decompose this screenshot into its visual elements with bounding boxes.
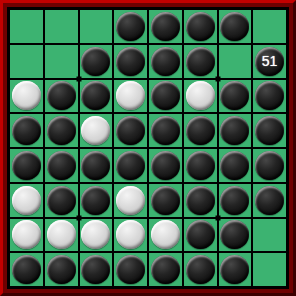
white-disc: [116, 220, 145, 249]
black-disc: [255, 116, 284, 145]
cell-g8[interactable]: [219, 253, 252, 286]
white-disc: [12, 81, 41, 110]
cell-g3[interactable]: [219, 80, 252, 113]
black-disc: [81, 186, 110, 215]
black-disc: [186, 220, 215, 249]
board-inner-border: 51: [7, 7, 289, 289]
cell-a5[interactable]: [10, 149, 43, 182]
cell-d7[interactable]: [114, 219, 147, 252]
cell-d3[interactable]: [114, 80, 147, 113]
cell-b3[interactable]: [45, 80, 78, 113]
cell-g4[interactable]: [219, 114, 252, 147]
cell-d2[interactable]: [114, 45, 147, 78]
cell-b2[interactable]: [45, 45, 78, 78]
cell-a6[interactable]: [10, 184, 43, 217]
cell-c7[interactable]: [80, 219, 113, 252]
star-point: [76, 215, 81, 220]
black-disc: [151, 116, 180, 145]
white-disc: [116, 186, 145, 215]
black-disc: [186, 47, 215, 76]
cell-c6[interactable]: [80, 184, 113, 217]
cell-b7[interactable]: [45, 219, 78, 252]
white-disc: [12, 186, 41, 215]
black-disc: [47, 255, 76, 284]
white-disc: [186, 81, 215, 110]
black-disc: [81, 81, 110, 110]
cell-g1[interactable]: [219, 10, 252, 43]
black-disc: [151, 186, 180, 215]
black-disc: [12, 255, 41, 284]
cell-b6[interactable]: [45, 184, 78, 217]
black-disc: [220, 186, 249, 215]
black-disc: [255, 81, 284, 110]
black-disc: [116, 47, 145, 76]
black-disc: [186, 186, 215, 215]
black-disc: [255, 151, 284, 180]
cell-f7[interactable]: [184, 219, 217, 252]
white-disc: [12, 220, 41, 249]
black-disc: [151, 47, 180, 76]
cell-c4[interactable]: [80, 114, 113, 147]
cell-c1[interactable]: [80, 10, 113, 43]
black-disc: [186, 12, 215, 41]
cell-h3[interactable]: [253, 80, 286, 113]
black-disc: [220, 12, 249, 41]
black-disc: [220, 81, 249, 110]
cell-a8[interactable]: [10, 253, 43, 286]
cell-g2[interactable]: [219, 45, 252, 78]
cell-b5[interactable]: [45, 149, 78, 182]
cell-d5[interactable]: [114, 149, 147, 182]
cell-g7[interactable]: [219, 219, 252, 252]
black-disc: [186, 151, 215, 180]
white-disc: [81, 116, 110, 145]
board-frame: 51: [0, 0, 296, 296]
black-disc: [47, 186, 76, 215]
cell-e4[interactable]: [149, 114, 182, 147]
black-disc: [81, 47, 110, 76]
black-disc: [81, 255, 110, 284]
star-point: [215, 215, 220, 220]
cell-d4[interactable]: [114, 114, 147, 147]
white-disc: [81, 220, 110, 249]
black-disc: [255, 186, 284, 215]
cell-a3[interactable]: [10, 80, 43, 113]
black-disc: [220, 255, 249, 284]
black-disc: 51: [255, 47, 284, 76]
cell-f5[interactable]: [184, 149, 217, 182]
cell-b1[interactable]: [45, 10, 78, 43]
cell-e1[interactable]: [149, 10, 182, 43]
black-disc: [151, 255, 180, 284]
othello-board: 51: [10, 10, 286, 286]
cell-a1[interactable]: [10, 10, 43, 43]
cell-e5[interactable]: [149, 149, 182, 182]
cell-g6[interactable]: [219, 184, 252, 217]
cell-e8[interactable]: [149, 253, 182, 286]
black-disc: [151, 12, 180, 41]
black-disc: [151, 81, 180, 110]
black-disc: [47, 151, 76, 180]
black-disc: [47, 81, 76, 110]
cell-c5[interactable]: [80, 149, 113, 182]
black-disc: [12, 116, 41, 145]
black-disc: [220, 151, 249, 180]
cell-f6[interactable]: [184, 184, 217, 217]
cell-h4[interactable]: [253, 114, 286, 147]
cell-h8[interactable]: [253, 253, 286, 286]
black-disc: [186, 116, 215, 145]
black-disc: [116, 255, 145, 284]
cell-c2[interactable]: [80, 45, 113, 78]
cell-h5[interactable]: [253, 149, 286, 182]
cell-f8[interactable]: [184, 253, 217, 286]
cell-d8[interactable]: [114, 253, 147, 286]
cell-d1[interactable]: [114, 10, 147, 43]
white-disc: [151, 220, 180, 249]
cell-f2[interactable]: [184, 45, 217, 78]
cell-d6[interactable]: [114, 184, 147, 217]
black-disc: [220, 220, 249, 249]
cell-h7[interactable]: [253, 219, 286, 252]
black-disc: [116, 151, 145, 180]
cell-b4[interactable]: [45, 114, 78, 147]
cell-a2[interactable]: [10, 45, 43, 78]
white-disc: [116, 81, 145, 110]
black-disc: [151, 151, 180, 180]
cell-c8[interactable]: [80, 253, 113, 286]
black-disc: [186, 255, 215, 284]
star-point: [215, 76, 220, 81]
cell-h1[interactable]: [253, 10, 286, 43]
cell-g5[interactable]: [219, 149, 252, 182]
black-disc: [47, 116, 76, 145]
black-disc: [116, 12, 145, 41]
cell-b8[interactable]: [45, 253, 78, 286]
black-disc: [116, 116, 145, 145]
cell-a4[interactable]: [10, 114, 43, 147]
white-disc: [47, 220, 76, 249]
cell-f4[interactable]: [184, 114, 217, 147]
cell-e3[interactable]: [149, 80, 182, 113]
star-point: [76, 76, 81, 81]
last-move-number: 51: [262, 54, 278, 68]
cell-a7[interactable]: [10, 219, 43, 252]
cell-e7[interactable]: [149, 219, 182, 252]
cell-f3[interactable]: [184, 80, 217, 113]
cell-e6[interactable]: [149, 184, 182, 217]
cell-h2[interactable]: 51: [253, 45, 286, 78]
cell-c3[interactable]: [80, 80, 113, 113]
cell-f1[interactable]: [184, 10, 217, 43]
black-disc: [81, 151, 110, 180]
black-disc: [12, 151, 41, 180]
cell-h6[interactable]: [253, 184, 286, 217]
cell-e2[interactable]: [149, 45, 182, 78]
black-disc: [220, 116, 249, 145]
